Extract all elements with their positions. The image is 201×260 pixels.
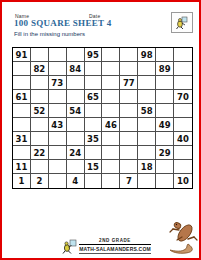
grid-cell-r10c6[interactable]: [102, 174, 120, 188]
grid-cell-r2c1[interactable]: [13, 62, 31, 76]
grid-cell-r5c8: 58: [138, 104, 156, 118]
grid-cell-r10c9[interactable]: [156, 174, 174, 188]
worksheet-page: Name Date 100 SQUARE SHEET 4 Fill in the…: [0, 0, 201, 260]
logo-figure-icon: [175, 16, 189, 30]
math-salamanders-logo: [171, 12, 193, 33]
grid-cell-r7c9[interactable]: [156, 132, 174, 146]
grid-cell-r7c2[interactable]: [31, 132, 49, 146]
grid-cell-r6c8[interactable]: [138, 118, 156, 132]
grid-cell-r3c1[interactable]: [13, 76, 31, 90]
grid-cell-r8c10[interactable]: [174, 146, 192, 160]
grid-cell-r7c5: 35: [85, 132, 103, 146]
grid-cell-r4c4[interactable]: [67, 90, 85, 104]
footer-divider: [79, 244, 151, 245]
grid-cell-r3c4[interactable]: [67, 76, 85, 90]
grid-cell-r2c2: 82: [31, 62, 49, 76]
grid-cell-r9c3[interactable]: [49, 160, 67, 174]
grid-cell-r5c5[interactable]: [85, 104, 103, 118]
hundred-grid: 9195988284897377616570525458434649313540…: [12, 47, 193, 189]
grid-cell-r4c10: 70: [174, 90, 192, 104]
grid-cell-r1c3[interactable]: [49, 48, 67, 62]
grid-cell-r1c5: 95: [85, 48, 103, 62]
grid-cell-r7c6[interactable]: [102, 132, 120, 146]
grid-cell-r5c7[interactable]: [120, 104, 138, 118]
grid-cell-r5c9[interactable]: [156, 104, 174, 118]
grid-cell-r3c10[interactable]: [174, 76, 192, 90]
grid-cell-r5c6[interactable]: [102, 104, 120, 118]
grid-cell-r9c8: 18: [138, 160, 156, 174]
grid-cell-r6c1[interactable]: [13, 118, 31, 132]
grid-cell-r8c3[interactable]: [49, 146, 67, 160]
grid-cell-r1c10[interactable]: [174, 48, 192, 62]
grid-cell-r6c10[interactable]: [174, 118, 192, 132]
grid-cell-r4c9[interactable]: [156, 90, 174, 104]
grid-cell-r3c5[interactable]: [85, 76, 103, 90]
grid-cell-r9c6[interactable]: [102, 160, 120, 174]
grid-cell-r6c2[interactable]: [31, 118, 49, 132]
grid-cell-r6c6: 46: [102, 118, 120, 132]
grid-cell-r1c4[interactable]: [67, 48, 85, 62]
grid-cell-r2c6[interactable]: [102, 62, 120, 76]
grid-cell-r10c2: 2: [31, 174, 49, 188]
grid-cell-r5c4: 54: [67, 104, 85, 118]
grid-cell-r9c2[interactable]: [31, 160, 49, 174]
grid-cell-r5c2: 52: [31, 104, 49, 118]
salamander-icon: [164, 217, 200, 257]
grid-cell-r2c3[interactable]: [49, 62, 67, 76]
grid-cell-r8c7[interactable]: [120, 146, 138, 160]
grid-cell-r4c8[interactable]: [138, 90, 156, 104]
grid-cell-r6c3: 43: [49, 118, 67, 132]
grid-cell-r4c7[interactable]: [120, 90, 138, 104]
grid-cell-r6c4[interactable]: [67, 118, 85, 132]
grid-cell-r3c2[interactable]: [31, 76, 49, 90]
page-title: 100 SQUARE SHEET 4: [14, 18, 112, 28]
grid-cell-r4c2[interactable]: [31, 90, 49, 104]
grid-cell-r3c3: 73: [49, 76, 67, 90]
grid-cell-r7c1: 31: [13, 132, 31, 146]
footer-logo-icon: [62, 239, 77, 254]
grid-cell-r3c8[interactable]: [138, 76, 156, 90]
grid-cell-r1c7[interactable]: [120, 48, 138, 62]
grid-cell-r9c10[interactable]: [174, 160, 192, 174]
grid-cell-r10c10: 10: [174, 174, 192, 188]
grid-cell-r10c7: 7: [120, 174, 138, 188]
footer-branding: 2ND GRADE MATH-SALAMANDERS.COM: [62, 238, 151, 254]
grid-cell-r2c10[interactable]: [174, 62, 192, 76]
grid-cell-r3c9[interactable]: [156, 76, 174, 90]
grid-cell-r5c1[interactable]: [13, 104, 31, 118]
grid-cell-r6c9: 49: [156, 118, 174, 132]
grid-cell-r2c8[interactable]: [138, 62, 156, 76]
grid-cell-r8c1[interactable]: [13, 146, 31, 160]
grid-cell-r7c4[interactable]: [67, 132, 85, 146]
grid-cell-r3c6[interactable]: [102, 76, 120, 90]
grid-cell-r4c1: 61: [13, 90, 31, 104]
grid-cell-r8c8[interactable]: [138, 146, 156, 160]
footer-grade-text: 2ND GRADE: [99, 238, 131, 243]
grid-cell-r1c9[interactable]: [156, 48, 174, 62]
grid-cell-r10c4: 4: [67, 174, 85, 188]
grid-cell-r8c5[interactable]: [85, 146, 103, 160]
grid-cell-r7c8[interactable]: [138, 132, 156, 146]
grid-cell-r4c5: 65: [85, 90, 103, 104]
grid-cell-r10c3[interactable]: [49, 174, 67, 188]
grid-cell-r9c5: 15: [85, 160, 103, 174]
grid-cell-r8c9: 29: [156, 146, 174, 160]
grid-cell-r10c5[interactable]: [85, 174, 103, 188]
grid-cell-r7c10: 40: [174, 132, 192, 146]
footer-text: 2ND GRADE MATH-SALAMANDERS.COM: [79, 238, 151, 254]
grid-cell-r2c9: 89: [156, 62, 174, 76]
grid-cell-r9c9[interactable]: [156, 160, 174, 174]
grid-cell-r2c4: 84: [67, 62, 85, 76]
grid-cell-r9c7[interactable]: [120, 160, 138, 174]
grid-cell-r10c8[interactable]: [138, 174, 156, 188]
grid-cell-r10c1: 1: [13, 174, 31, 188]
grid-cell-r6c7[interactable]: [120, 118, 138, 132]
grid-cell-r1c2[interactable]: [31, 48, 49, 62]
grid-cell-r5c3[interactable]: [49, 104, 67, 118]
grid-cell-r2c7[interactable]: [120, 62, 138, 76]
grid-cell-r4c6[interactable]: [102, 90, 120, 104]
grid-cell-r9c1: 11: [13, 160, 31, 174]
grid-cell-r8c6[interactable]: [102, 146, 120, 160]
footer-site-link[interactable]: MATH-SALAMANDERS.COM: [79, 246, 151, 254]
grid-cell-r4c3[interactable]: [49, 90, 67, 104]
grid-cell-r6c5[interactable]: [85, 118, 103, 132]
grid-cell-r2c5[interactable]: [85, 62, 103, 76]
grid-cell-r7c3[interactable]: [49, 132, 67, 146]
grid-cell-r1c1: 91: [13, 48, 31, 62]
grid-cell-r1c6[interactable]: [102, 48, 120, 62]
grid-cell-r9c4[interactable]: [67, 160, 85, 174]
grid-cell-r8c4: 24: [67, 146, 85, 160]
grid-cell-r3c7: 77: [120, 76, 138, 90]
grid-cell-r8c2: 22: [31, 146, 49, 160]
grid-cell-r5c10[interactable]: [174, 104, 192, 118]
grid-cell-r7c7[interactable]: [120, 132, 138, 146]
instructions-text: Fill in the missing numbers: [14, 31, 85, 37]
grid-cell-r1c8: 98: [138, 48, 156, 62]
